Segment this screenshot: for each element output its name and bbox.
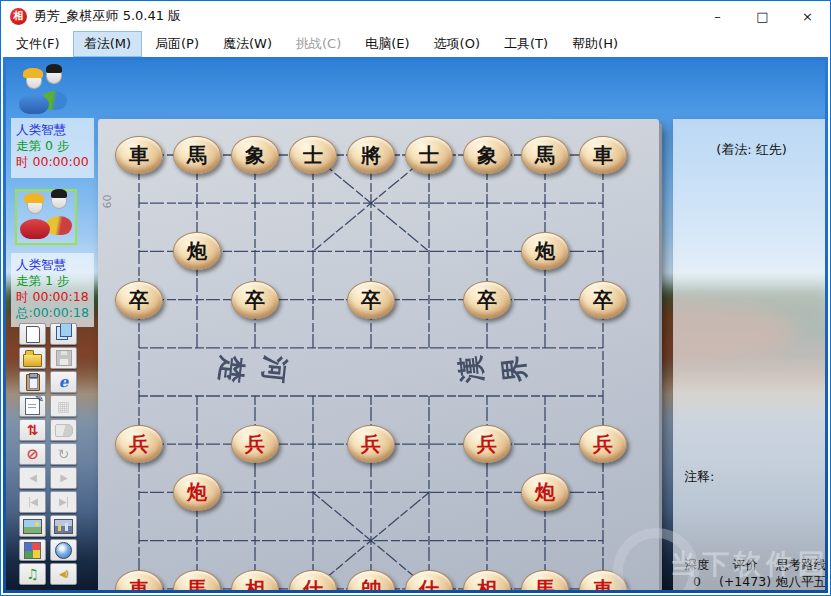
piece-layer: 車馬象士將士象馬車炮炮卒卒卒卒卒兵兵兵兵兵炮炮車馬相仕帥仕相馬車 <box>110 131 632 590</box>
red-player-total-clock: 总:00:00:18 <box>16 305 89 321</box>
black-piece-士[interactable]: 士 <box>289 136 337 174</box>
menu-item-m[interactable]: 着法(M) <box>73 31 142 57</box>
last-move-button[interactable]: ▶| <box>50 491 77 513</box>
red-piece-相[interactable]: 相 <box>463 570 511 590</box>
red-piece-帥[interactable]: 帥 <box>347 570 395 590</box>
red-piece-仕[interactable]: 仕 <box>405 570 453 590</box>
black-player-panel: 人类智慧 走第 0 步 时 00:00:00 <box>11 118 94 178</box>
black-piece-炮[interactable]: 炮 <box>173 232 221 270</box>
next-move-icon: ▶ <box>60 473 67 483</box>
red-piece-車[interactable]: 車 <box>115 570 163 590</box>
red-player-move-count: 走第 1 步 <box>16 273 89 289</box>
menu-item-o[interactable]: 选项(O) <box>423 31 491 57</box>
page-icon <box>26 326 40 343</box>
sound-toggle-button[interactable]: ◀) <box>50 563 77 585</box>
stop-thinking-icon: ⊘ <box>26 447 39 462</box>
black-piece-炮[interactable]: 炮 <box>521 232 569 270</box>
red-piece-兵[interactable]: 兵 <box>579 425 627 463</box>
black-piece-象[interactable]: 象 <box>463 136 511 174</box>
grid-button[interactable]: ▦ <box>50 395 77 417</box>
grid-icon: ▦ <box>57 399 70 413</box>
menu-bar: 文件(F)着法(M)局面(P)魔法(W)挑战(C)电脑(E)选项(O)工具(T)… <box>1 31 830 57</box>
menu-item-e[interactable]: 电脑(E) <box>354 31 420 57</box>
close-button[interactable]: × <box>785 1 830 31</box>
book-icon <box>55 424 73 437</box>
piece-theme-button[interactable] <box>19 539 46 561</box>
app-window: 相 勇芳_象棋巫师 5.0.41 版 – □ × 文件(F)着法(M)局面(P)… <box>0 0 831 596</box>
open-book-button[interactable] <box>50 419 77 441</box>
black-piece-卒[interactable]: 卒 <box>579 281 627 319</box>
paste-board-button[interactable] <box>19 371 46 393</box>
black-player-name: 人类智慧 <box>16 122 89 138</box>
red-piece-馬[interactable]: 馬 <box>173 570 221 590</box>
menu-item-w[interactable]: 魔法(W) <box>212 31 283 57</box>
menu-item-c[interactable]: 挑战(C) <box>285 31 352 57</box>
pic-icon <box>23 519 42 534</box>
stop-thinking-button[interactable]: ⊘ <box>19 443 46 465</box>
black-piece-車[interactable]: 車 <box>115 136 163 174</box>
side-toolbar: e▦⇅⊘↻◀▶|◀▶|♫◀) <box>19 323 77 585</box>
black-piece-士[interactable]: 士 <box>405 136 453 174</box>
xiangqi-board[interactable]: 60 楚河 漢界 車馬象士將士象馬車炮炮卒卒卒卒卒兵兵兵兵兵炮炮車馬相仕帥仕相馬… <box>98 119 659 590</box>
sound-toggle-icon: ◀) <box>59 570 68 579</box>
replay-icon: ↻ <box>58 447 70 461</box>
red-piece-馬[interactable]: 馬 <box>521 570 569 590</box>
cd-icon <box>55 542 72 559</box>
maximize-button[interactable]: □ <box>740 1 785 31</box>
background-image-button[interactable] <box>19 515 46 537</box>
disk-icon <box>56 350 72 366</box>
board-theme-button[interactable] <box>50 515 77 537</box>
red-piece-兵[interactable]: 兵 <box>347 425 395 463</box>
copy-board-button[interactable] <box>50 323 77 345</box>
last-move-icon: ▶| <box>59 497 68 507</box>
folder-icon <box>23 354 42 367</box>
comment-label: 注释: <box>684 468 714 486</box>
black-piece-馬[interactable]: 馬 <box>173 136 221 174</box>
replay-button[interactable]: ↻ <box>50 443 77 465</box>
red-piece-仕[interactable]: 仕 <box>289 570 337 590</box>
next-move-button[interactable]: ▶ <box>50 467 77 489</box>
red-player-clock: 时 00:00:18 <box>16 289 89 305</box>
prev-move-button[interactable]: ◀ <box>19 467 46 489</box>
menu-item-h[interactable]: 帮助(H) <box>561 31 629 57</box>
clip-icon <box>26 374 40 391</box>
title-bar: 相 勇芳_象棋巫师 5.0.41 版 – □ × <box>1 1 830 31</box>
app-icon: 相 <box>10 8 27 25</box>
menu-item-p[interactable]: 局面(P) <box>144 31 210 57</box>
pic2-icon <box>54 519 73 534</box>
blocks-icon <box>24 542 41 559</box>
black-piece-馬[interactable]: 馬 <box>521 136 569 174</box>
red-piece-兵[interactable]: 兵 <box>115 425 163 463</box>
window-title: 勇芳_象棋巫师 5.0.41 版 <box>34 7 181 25</box>
menu-item-t[interactable]: 工具(T) <box>493 31 559 57</box>
edit-position-button[interactable] <box>19 395 46 417</box>
form-icon <box>25 398 40 415</box>
save-file-button[interactable] <box>50 347 77 369</box>
prev-move-icon: ◀ <box>29 473 36 483</box>
new-file-button[interactable] <box>19 323 46 345</box>
black-piece-卒[interactable]: 卒 <box>231 281 279 319</box>
engine-button[interactable] <box>50 539 77 561</box>
open-file-button[interactable] <box>19 347 46 369</box>
black-piece-卒[interactable]: 卒 <box>115 281 163 319</box>
web-browser-button[interactable]: e <box>50 371 77 393</box>
move-rule-label: (着法: 红先) <box>673 141 825 159</box>
music-toggle-icon: ♫ <box>26 567 39 581</box>
red-player-panel: 人类智慧 走第 1 步 时 00:00:18 总:00:00:18 <box>11 253 94 327</box>
web-browser-icon: e <box>59 375 69 390</box>
client-area: 人类智慧 走第 0 步 时 00:00:00 人类智慧 走第 1 步 时 00:… <box>6 60 825 590</box>
info-panel: (着法: 红先) 注释: 深度 评价 思考路线 0(+1473)炮八平五0(+1… <box>673 119 825 590</box>
copy-icon <box>56 326 68 340</box>
black-piece-卒[interactable]: 卒 <box>347 281 395 319</box>
red-player-name: 人类智慧 <box>16 257 89 273</box>
red-piece-炮[interactable]: 炮 <box>521 473 569 511</box>
black-piece-車[interactable]: 車 <box>579 136 627 174</box>
minimize-button[interactable]: – <box>695 1 740 31</box>
red-piece-兵[interactable]: 兵 <box>463 425 511 463</box>
watermark-text: 当下软件园 <box>670 546 825 582</box>
swap-sides-button[interactable]: ⇅ <box>19 419 46 441</box>
menu-item-f[interactable]: 文件(F) <box>5 31 71 57</box>
black-piece-將[interactable]: 將 <box>347 136 395 174</box>
black-piece-卒[interactable]: 卒 <box>463 281 511 319</box>
black-piece-象[interactable]: 象 <box>231 136 279 174</box>
first-move-button[interactable]: |◀ <box>19 491 46 513</box>
red-player-avatar <box>15 189 77 245</box>
red-piece-炮[interactable]: 炮 <box>173 473 221 511</box>
red-piece-兵[interactable]: 兵 <box>231 425 279 463</box>
black-player-clock: 时 00:00:00 <box>16 154 89 170</box>
red-piece-相[interactable]: 相 <box>231 570 279 590</box>
music-toggle-button[interactable]: ♫ <box>19 563 46 585</box>
black-player-move-count: 走第 0 步 <box>16 138 89 154</box>
swap-sides-icon: ⇅ <box>27 423 39 437</box>
black-player-avatar <box>16 66 70 114</box>
first-move-icon: |◀ <box>28 497 37 507</box>
